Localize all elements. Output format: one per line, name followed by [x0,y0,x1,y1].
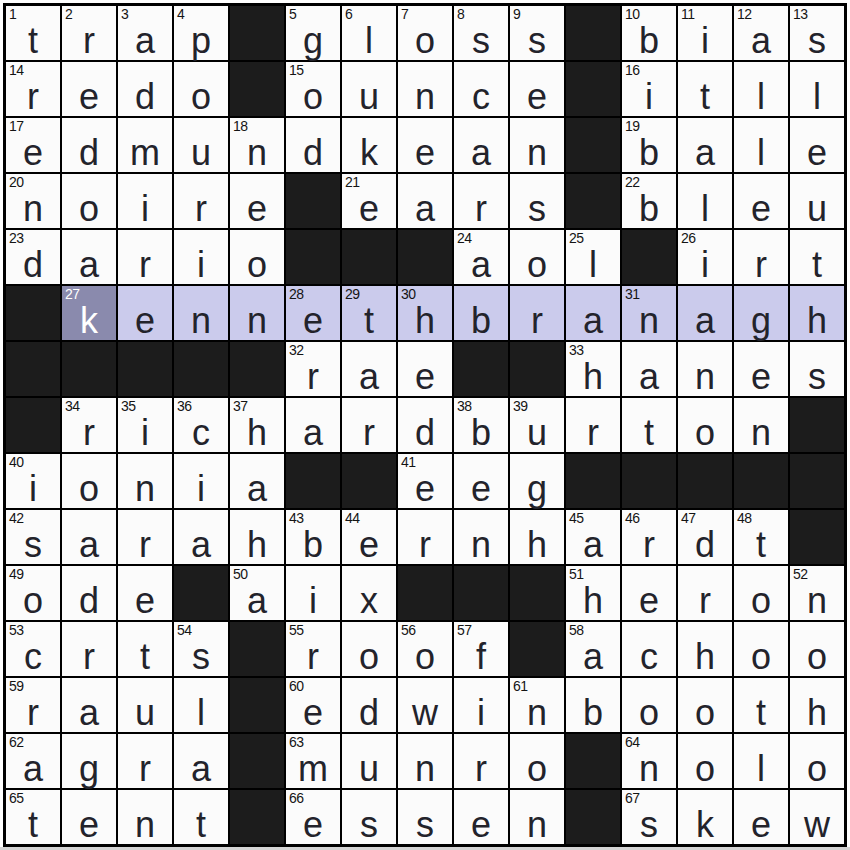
cell-r3c6[interactable]: d [286,118,340,172]
cell-letter: i [118,191,172,227]
black-cell-r8c15 [790,398,844,452]
cell-r9c8[interactable]: 41e [398,454,452,508]
cell-r15c7[interactable]: s [342,790,396,844]
cell-r3c13[interactable]: a [678,118,732,172]
clue-number-52: 52 [793,567,808,582]
clue-number-19: 19 [625,119,640,134]
cell-r7c13[interactable]: n [678,342,732,396]
cell-r9c10[interactable]: g [510,454,564,508]
cell-letter: o [678,415,732,451]
black-cell-r12c10 [510,622,564,676]
cell-r5c2[interactable]: a [62,230,116,284]
cell-letter: o [230,247,284,283]
clue-number-41: 41 [401,455,416,470]
cell-letter: o [62,471,116,507]
cell-letter: r [454,751,508,787]
black-cell-r15c11 [566,790,620,844]
clue-number-67: 67 [625,791,640,806]
cell-r2c8[interactable]: n [398,62,452,116]
clue-number-64: 64 [625,735,640,750]
clue-number-46: 46 [625,511,640,526]
cell-r7c6[interactable]: 32r [286,342,340,396]
cell-r3c12[interactable]: 19b [622,118,676,172]
cell-r7c12[interactable]: a [622,342,676,396]
cell-r10c14[interactable]: 48t [734,510,788,564]
cell-r14c6[interactable]: 63m [286,734,340,788]
cell-r13c9[interactable]: i [454,678,508,732]
cell-r10c8[interactable]: r [398,510,452,564]
black-cell-r9c11 [566,454,620,508]
cell-r1c13[interactable]: 11i [678,6,732,60]
cell-letter: o [286,79,340,115]
cell-letter: t [734,695,788,731]
cell-letter: r [6,695,60,731]
cell-r14c1[interactable]: 62a [6,734,60,788]
cell-r6c13[interactable]: a [678,286,732,340]
black-cell-r1c5 [230,6,284,60]
cell-letter: i [622,79,676,115]
cell-letter: r [118,527,172,563]
cell-r4c10[interactable]: s [510,174,564,228]
cell-letter: e [62,807,116,843]
cell-r13c4[interactable]: l [174,678,228,732]
cell-r4c7[interactable]: 21e [342,174,396,228]
cell-letter: h [790,303,844,339]
cell-r15c14[interactable]: e [734,790,788,844]
cell-r8c11[interactable]: r [566,398,620,452]
cell-letter: t [6,807,60,843]
clue-number-51: 51 [569,567,584,582]
cell-letter: e [62,79,116,115]
clue-number-47: 47 [681,511,696,526]
cell-r2c3[interactable]: d [118,62,172,116]
cell-r6c8[interactable]: 30h [398,286,452,340]
cell-r1c1[interactable]: 1t [6,6,60,60]
cell-r5c14[interactable]: r [734,230,788,284]
cell-letter: b [622,23,676,59]
cell-r3c8[interactable]: e [398,118,452,172]
cell-r9c2[interactable]: o [62,454,116,508]
cell-r10c10[interactable]: h [510,510,564,564]
clue-number-58: 58 [569,623,584,638]
cell-letter: r [62,639,116,675]
cell-letter: x [342,583,396,619]
cell-r14c15[interactable]: o [790,734,844,788]
cell-r13c15[interactable]: h [790,678,844,732]
cell-r3c15[interactable]: e [790,118,844,172]
black-cell-r1c11 [566,6,620,60]
cell-r15c2[interactable]: e [62,790,116,844]
cell-r12c3[interactable]: t [118,622,172,676]
cell-r14c14[interactable]: l [734,734,788,788]
cell-r10c13[interactable]: 47d [678,510,732,564]
cell-r4c13[interactable]: l [678,174,732,228]
cell-r9c5[interactable]: a [230,454,284,508]
cell-r8c14[interactable]: n [734,398,788,452]
cell-letter: o [342,639,396,675]
black-cell-r7c9 [454,342,508,396]
cell-r7c15[interactable]: s [790,342,844,396]
cell-r15c6[interactable]: 66e [286,790,340,844]
cell-r12c15[interactable]: o [790,622,844,676]
cell-r14c12[interactable]: 64n [622,734,676,788]
cell-r3c7[interactable]: k [342,118,396,172]
cell-r13c10[interactable]: 61n [510,678,564,732]
cell-r8c13[interactable]: o [678,398,732,452]
cell-r5c13[interactable]: 26i [678,230,732,284]
cell-r13c7[interactable]: d [342,678,396,732]
cell-r3c9[interactable]: a [454,118,508,172]
cell-letter: g [286,23,340,59]
cell-r1c3[interactable]: 3a [118,6,172,60]
cell-r12c11[interactable]: 58a [566,622,620,676]
cell-letter: r [286,359,340,395]
cell-r4c2[interactable]: o [62,174,116,228]
cell-r13c2[interactable]: a [62,678,116,732]
cell-r13c6[interactable]: 60e [286,678,340,732]
cell-letter: b [454,303,508,339]
cell-r14c7[interactable]: u [342,734,396,788]
clue-number-42: 42 [9,511,24,526]
cell-r9c3[interactable]: n [118,454,172,508]
cell-r14c4[interactable]: a [174,734,228,788]
cell-letter: t [678,79,732,115]
cell-r1c12[interactable]: 10b [622,6,676,60]
cell-r4c1[interactable]: 20n [6,174,60,228]
cell-r10c1[interactable]: 42s [6,510,60,564]
cell-r9c4[interactable]: i [174,454,228,508]
cell-letter: c [174,415,228,451]
cell-r4c12[interactable]: 22b [622,174,676,228]
cell-r9c1[interactable]: 40i [6,454,60,508]
cell-letter: h [230,415,284,451]
cell-letter: e [342,191,396,227]
cell-r2c15[interactable]: l [790,62,844,116]
cell-r6c11[interactable]: a [566,286,620,340]
cell-r7c11[interactable]: 33h [566,342,620,396]
cell-r6c5[interactable]: n [230,286,284,340]
cell-r8c6[interactable]: a [286,398,340,452]
cell-r6c15[interactable]: h [790,286,844,340]
cell-letter: n [174,303,228,339]
black-cell-r7c5 [230,342,284,396]
black-cell-r11c8 [398,566,452,620]
cell-r5c3[interactable]: r [118,230,172,284]
cell-r12c12[interactable]: c [622,622,676,676]
black-cell-r2c11 [566,62,620,116]
clue-number-62: 62 [9,735,24,750]
cell-r6c12[interactable]: 31n [622,286,676,340]
cell-r2c14[interactable]: l [734,62,788,116]
cell-r3c10[interactable]: n [510,118,564,172]
cell-r13c14[interactable]: t [734,678,788,732]
cell-letter: t [174,807,228,843]
cell-r8c7[interactable]: r [342,398,396,452]
cell-letter: i [174,247,228,283]
cell-r2c10[interactable]: e [510,62,564,116]
black-cell-r5c6 [286,230,340,284]
cell-r8c12[interactable]: t [622,398,676,452]
cell-r12c1[interactable]: 53c [6,622,60,676]
cell-r5c5[interactable]: o [230,230,284,284]
cell-r3c1[interactable]: 17e [6,118,60,172]
cell-r15c3[interactable]: n [118,790,172,844]
cell-letter: e [734,191,788,227]
cell-r11c3[interactable]: e [118,566,172,620]
cell-letter: e [790,135,844,171]
cell-r4c14[interactable]: e [734,174,788,228]
clue-number-16: 16 [625,63,640,78]
cell-letter: d [342,695,396,731]
cell-letter: s [510,23,564,59]
cell-letter: r [678,583,732,619]
cell-r6c6[interactable]: 28e [286,286,340,340]
cell-letter: h [398,303,452,339]
cell-letter: r [6,79,60,115]
cell-r3c5[interactable]: 18n [230,118,284,172]
cell-r14c2[interactable]: g [62,734,116,788]
cell-r5c15[interactable]: t [790,230,844,284]
cell-r4c5[interactable]: e [230,174,284,228]
cell-r7c14[interactable]: e [734,342,788,396]
cell-r6c9[interactable]: b [454,286,508,340]
cell-r2c4[interactable]: o [174,62,228,116]
cell-r6c4[interactable]: n [174,286,228,340]
clue-number-37: 37 [233,399,248,414]
cell-r12c2[interactable]: r [62,622,116,676]
cell-letter: l [174,695,228,731]
cell-letter: r [566,415,620,451]
cell-r3c4[interactable]: u [174,118,228,172]
cell-letter: p [174,23,228,59]
cell-r5c9[interactable]: 24a [454,230,508,284]
cell-r11c14[interactable]: o [734,566,788,620]
cell-r6c3[interactable]: e [118,286,172,340]
black-cell-r7c4 [174,342,228,396]
clue-number-10: 10 [625,7,640,22]
cell-r11c5[interactable]: 50a [230,566,284,620]
cell-r2c12[interactable]: 16i [622,62,676,116]
clue-number-17: 17 [9,119,24,134]
cell-r12c7[interactable]: o [342,622,396,676]
cell-r8c8[interactable]: d [398,398,452,452]
cell-r13c8[interactable]: w [398,678,452,732]
cell-r15c15[interactable]: w [790,790,844,844]
cell-letter: o [6,583,60,619]
cell-r15c10[interactable]: n [510,790,564,844]
cell-letter: n [510,695,564,731]
cell-r3c2[interactable]: d [62,118,116,172]
cell-r15c4[interactable]: t [174,790,228,844]
cell-letter: k [342,135,396,171]
cell-r13c11[interactable]: b [566,678,620,732]
cell-letter: n [678,359,732,395]
cell-r8c4[interactable]: 36c [174,398,228,452]
cell-letter: c [622,639,676,675]
black-cell-r5c8 [398,230,452,284]
cell-letter: l [342,23,396,59]
clue-number-1: 1 [9,7,16,22]
cell-r11c11[interactable]: 51h [566,566,620,620]
cell-letter: o [734,583,788,619]
cell-r12c9[interactable]: 57f [454,622,508,676]
cell-letter: r [342,415,396,451]
cell-r10c11[interactable]: 45a [566,510,620,564]
cell-r2c9[interactable]: c [454,62,508,116]
cell-r10c7[interactable]: 44e [342,510,396,564]
cell-r5c1[interactable]: 23d [6,230,60,284]
cell-r10c3[interactable]: r [118,510,172,564]
cell-r11c13[interactable]: r [678,566,732,620]
cell-letter: a [286,415,340,451]
cell-letter: a [62,527,116,563]
cell-letter: w [398,695,452,731]
clue-number-61: 61 [513,679,528,694]
cell-r12c13[interactable]: h [678,622,732,676]
cell-r15c1[interactable]: 65t [6,790,60,844]
cell-letter: a [566,639,620,675]
cell-r10c6[interactable]: 43b [286,510,340,564]
black-cell-r11c9 [454,566,508,620]
cell-r8c9[interactable]: 38b [454,398,508,452]
clue-number-20: 20 [9,175,24,190]
cell-letter: t [622,415,676,451]
cell-letter: c [6,639,60,675]
cell-r1c15[interactable]: 13s [790,6,844,60]
cell-letter: r [286,639,340,675]
cell-letter: b [566,695,620,731]
cell-letter: e [454,807,508,843]
cell-letter: e [398,471,452,507]
cell-r2c6[interactable]: 15o [286,62,340,116]
cell-letter: a [678,135,732,171]
cell-r6c7[interactable]: 29t [342,286,396,340]
cell-letter: e [398,359,452,395]
clue-number-5: 5 [289,7,296,22]
cell-letter: r [510,303,564,339]
cell-r11c2[interactable]: d [62,566,116,620]
cell-r4c9[interactable]: r [454,174,508,228]
cell-r10c12[interactable]: 46r [622,510,676,564]
cell-r14c8[interactable]: n [398,734,452,788]
cell-letter: b [622,191,676,227]
cell-r5c11[interactable]: 25l [566,230,620,284]
cell-r1c8[interactable]: 7o [398,6,452,60]
cell-r14c13[interactable]: o [678,734,732,788]
cell-r8c2[interactable]: 34r [62,398,116,452]
cell-r2c7[interactable]: u [342,62,396,116]
cell-r7c7[interactable]: a [342,342,396,396]
cell-r11c12[interactable]: e [622,566,676,620]
clue-number-11: 11 [681,7,695,22]
black-cell-r7c10 [510,342,564,396]
cell-r11c15[interactable]: 52n [790,566,844,620]
cell-r2c1[interactable]: 14r [6,62,60,116]
cell-r13c13[interactable]: o [678,678,732,732]
cell-letter: a [622,359,676,395]
cell-letter: o [398,639,452,675]
cell-r15c12[interactable]: 67s [622,790,676,844]
black-cell-r8c1 [6,398,60,452]
cell-r15c8[interactable]: s [398,790,452,844]
clue-number-44: 44 [345,511,360,526]
cell-r8c10[interactable]: 39u [510,398,564,452]
cell-letter: o [678,751,732,787]
cell-r8c3[interactable]: 35i [118,398,172,452]
cell-r5c4[interactable]: i [174,230,228,284]
cell-r1c2[interactable]: 2r [62,6,116,60]
cell-r1c7[interactable]: 6l [342,6,396,60]
cell-r6c10[interactable]: r [510,286,564,340]
cell-r9c9[interactable]: e [454,454,508,508]
cell-letter: a [62,695,116,731]
cell-r8c5[interactable]: 37h [230,398,284,452]
cell-letter: d [118,79,172,115]
cell-letter: t [6,23,60,59]
clue-number-65: 65 [9,791,24,806]
cell-letter: b [286,527,340,563]
cell-r4c3[interactable]: i [118,174,172,228]
cell-r1c6[interactable]: 5g [286,6,340,60]
cell-r10c9[interactable]: n [454,510,508,564]
clue-number-27: 27 [65,287,80,302]
cell-letter: a [678,303,732,339]
cell-r11c7[interactable]: x [342,566,396,620]
cell-r1c10[interactable]: 9s [510,6,564,60]
cell-letter: d [678,527,732,563]
cell-r15c13[interactable]: k [678,790,732,844]
cell-r3c14[interactable]: l [734,118,788,172]
cell-r2c2[interactable]: e [62,62,116,116]
black-cell-r9c7 [342,454,396,508]
cell-r12c4[interactable]: 54s [174,622,228,676]
black-cell-r11c4 [174,566,228,620]
cell-r12c8[interactable]: 56o [398,622,452,676]
clue-number-39: 39 [513,399,528,414]
cell-r11c1[interactable]: 49o [6,566,60,620]
cell-r1c4[interactable]: 4p [174,6,228,60]
cell-r13c3[interactable]: u [118,678,172,732]
cell-r10c5[interactable]: h [230,510,284,564]
cell-r12c14[interactable]: o [734,622,788,676]
cell-letter: i [6,471,60,507]
cell-r4c4[interactable]: r [174,174,228,228]
cell-r6c14[interactable]: g [734,286,788,340]
cell-r13c1[interactable]: 59r [6,678,60,732]
cell-r7c8[interactable]: e [398,342,452,396]
cell-r4c8[interactable]: a [398,174,452,228]
cell-r10c4[interactable]: a [174,510,228,564]
cell-r14c10[interactable]: o [510,734,564,788]
cell-r12c6[interactable]: 55r [286,622,340,676]
cell-r5c10[interactable]: o [510,230,564,284]
cell-r1c9[interactable]: 8s [454,6,508,60]
cell-letter: s [790,23,844,59]
clue-number-23: 23 [9,231,24,246]
cell-r2c13[interactable]: t [678,62,732,116]
cell-r13c12[interactable]: o [622,678,676,732]
clue-number-54: 54 [177,623,192,638]
cell-r11c6[interactable]: i [286,566,340,620]
cell-r14c3[interactable]: r [118,734,172,788]
cell-r15c9[interactable]: e [454,790,508,844]
cell-r3c3[interactable]: m [118,118,172,172]
cell-r1c14[interactable]: 12a [734,6,788,60]
cell-r4c15[interactable]: u [790,174,844,228]
cell-r6c2[interactable]: 27k [62,286,116,340]
cell-r10c2[interactable]: a [62,510,116,564]
cell-r14c9[interactable]: r [454,734,508,788]
